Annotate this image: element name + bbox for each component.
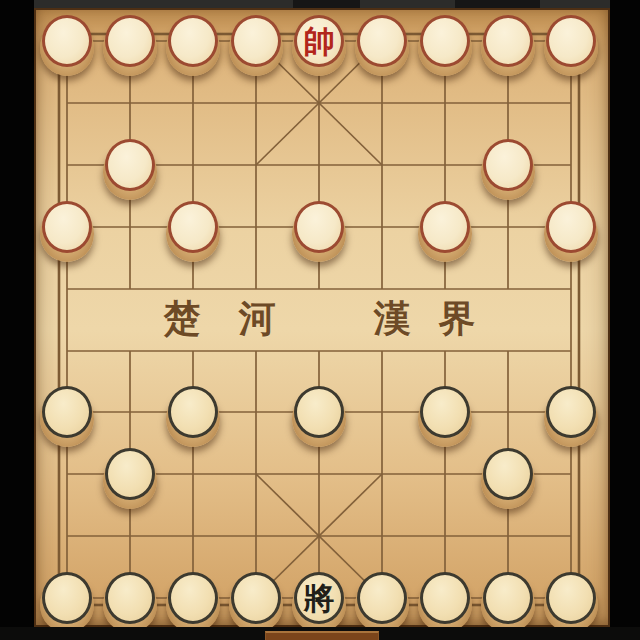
piece-red-hidden[interactable] — [417, 14, 473, 78]
piece-face — [105, 139, 155, 191]
toolbar-remnant-segment — [455, 0, 540, 8]
piece-face — [546, 15, 596, 67]
piece-face — [420, 386, 470, 438]
piece-face — [357, 15, 407, 67]
piece-face — [357, 572, 407, 624]
board-grid — [36, 10, 608, 625]
piece-face — [105, 448, 155, 500]
xiangqi-game-screen: 楚 河 漢 界 帥將 — [0, 0, 640, 640]
piece-red-hidden[interactable] — [291, 200, 347, 264]
piece-black-hidden[interactable] — [354, 571, 410, 635]
red-general-glyph: 帥 — [304, 26, 335, 57]
piece-face — [168, 201, 218, 253]
piece-face — [546, 201, 596, 253]
toolbar-remnant-segment — [293, 0, 360, 8]
piece-red-hidden[interactable] — [39, 14, 95, 78]
piece-black-hidden[interactable] — [543, 571, 599, 635]
piece-black-hidden[interactable] — [543, 385, 599, 449]
piece-red-hidden[interactable] — [480, 138, 536, 202]
piece-black-hidden[interactable] — [417, 385, 473, 449]
piece-face — [168, 386, 218, 438]
piece-black-hidden[interactable] — [39, 571, 95, 635]
piece-face — [483, 139, 533, 191]
piece-face — [420, 572, 470, 624]
river-label-he: 河 — [239, 294, 276, 344]
piece-black-hidden[interactable] — [480, 447, 536, 511]
piece-face — [294, 201, 344, 253]
piece-face — [231, 15, 281, 67]
piece-face — [105, 572, 155, 624]
river-label-jie: 界 — [439, 294, 476, 344]
piece-face — [231, 572, 281, 624]
piece-face — [42, 201, 92, 253]
piece-red-hidden[interactable] — [417, 200, 473, 264]
xiangqi-board[interactable]: 楚 河 漢 界 帥將 — [34, 8, 610, 627]
piece-red-general[interactable]: 帥 — [291, 14, 347, 78]
piece-black-hidden[interactable] — [102, 447, 158, 511]
piece-red-hidden[interactable] — [39, 200, 95, 264]
piece-black-hidden[interactable] — [165, 571, 221, 635]
piece-red-hidden[interactable] — [165, 200, 221, 264]
piece-red-hidden[interactable] — [165, 14, 221, 78]
piece-face: 將 — [294, 572, 344, 624]
piece-face — [546, 386, 596, 438]
piece-black-general[interactable]: 將 — [291, 571, 347, 635]
piece-face — [420, 15, 470, 67]
piece-face — [294, 386, 344, 438]
piece-black-hidden[interactable] — [102, 571, 158, 635]
piece-black-hidden[interactable] — [291, 385, 347, 449]
piece-red-hidden[interactable] — [480, 14, 536, 78]
piece-face — [105, 15, 155, 67]
piece-face — [42, 572, 92, 624]
piece-face — [42, 15, 92, 67]
river-label-chu: 楚 — [164, 294, 201, 344]
piece-red-hidden[interactable] — [543, 14, 599, 78]
piece-red-hidden[interactable] — [102, 138, 158, 202]
piece-black-hidden[interactable] — [165, 385, 221, 449]
bottom-panel-edge — [265, 631, 379, 640]
piece-red-hidden[interactable] — [228, 14, 284, 78]
piece-face — [42, 386, 92, 438]
piece-face — [420, 201, 470, 253]
piece-face — [168, 572, 218, 624]
piece-red-hidden[interactable] — [543, 200, 599, 264]
piece-face — [483, 572, 533, 624]
piece-black-hidden[interactable] — [417, 571, 473, 635]
piece-face — [483, 448, 533, 500]
river-label-han: 漢 — [374, 294, 411, 344]
piece-face — [483, 15, 533, 67]
piece-black-hidden[interactable] — [39, 385, 95, 449]
piece-face — [546, 572, 596, 624]
piece-red-hidden[interactable] — [102, 14, 158, 78]
toolbar-remnant — [34, 0, 610, 8]
black-general-glyph: 將 — [304, 583, 335, 614]
piece-face — [168, 15, 218, 67]
piece-red-hidden[interactable] — [354, 14, 410, 78]
piece-face: 帥 — [294, 15, 344, 67]
piece-black-hidden[interactable] — [480, 571, 536, 635]
piece-black-hidden[interactable] — [228, 571, 284, 635]
bottom-ui-remnant — [0, 627, 640, 640]
